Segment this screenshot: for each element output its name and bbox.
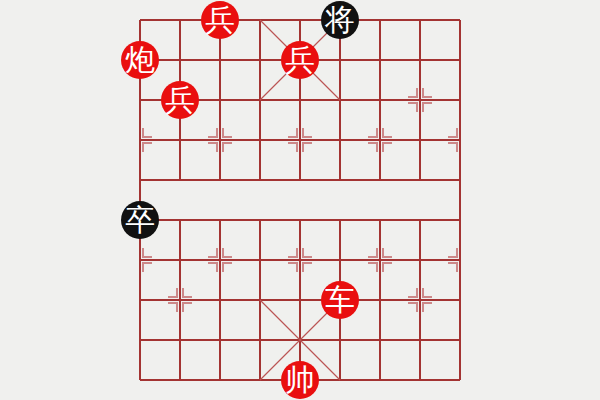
red-cannon[interactable]: 炮 bbox=[121, 41, 159, 79]
red-soldier[interactable]: 兵 bbox=[161, 81, 199, 119]
black-general[interactable]: 将 bbox=[321, 1, 359, 39]
black-soldier[interactable]: 卒 bbox=[121, 201, 159, 239]
xiangqi-board: 兵将炮兵兵卒车帅 bbox=[0, 0, 600, 400]
red-soldier[interactable]: 兵 bbox=[201, 1, 239, 39]
red-chariot[interactable]: 车 bbox=[321, 281, 359, 319]
red-general[interactable]: 帅 bbox=[281, 361, 319, 399]
piece-layer: 兵将炮兵兵卒车帅 bbox=[120, 0, 480, 400]
red-soldier[interactable]: 兵 bbox=[281, 41, 319, 79]
